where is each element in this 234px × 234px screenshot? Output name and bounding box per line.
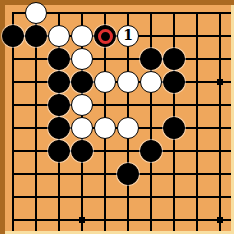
board-edge-right — [231, 0, 234, 234]
white-stone[interactable] — [71, 48, 93, 70]
white-stone[interactable] — [71, 25, 93, 47]
white-stone[interactable] — [94, 117, 116, 139]
board-edge-bottom — [0, 231, 234, 234]
black-stone[interactable] — [94, 25, 116, 47]
black-stone[interactable] — [71, 71, 93, 93]
black-stone[interactable] — [48, 117, 70, 139]
black-stone[interactable] — [163, 117, 185, 139]
white-stone[interactable] — [25, 2, 47, 24]
move-number-label: 1 — [123, 28, 133, 42]
black-stone[interactable] — [48, 48, 70, 70]
white-stone[interactable] — [71, 117, 93, 139]
go-board[interactable]: 1 — [0, 0, 234, 234]
white-stone[interactable] — [94, 71, 116, 93]
black-stone[interactable] — [140, 48, 162, 70]
white-stone[interactable] — [48, 25, 70, 47]
star-point — [79, 217, 85, 223]
black-stone[interactable] — [163, 71, 185, 93]
white-stone[interactable] — [140, 71, 162, 93]
red-circle-marker — [98, 29, 113, 44]
star-point — [217, 217, 223, 223]
black-stone[interactable] — [71, 140, 93, 162]
black-stone[interactable] — [163, 48, 185, 70]
black-stone[interactable] — [2, 25, 24, 47]
black-stone[interactable] — [25, 25, 47, 47]
black-stone[interactable] — [48, 140, 70, 162]
white-stone[interactable] — [71, 94, 93, 116]
black-stone[interactable] — [117, 163, 139, 185]
black-stone[interactable] — [48, 71, 70, 93]
star-point — [217, 79, 223, 85]
white-stone[interactable] — [117, 71, 139, 93]
white-stone[interactable]: 1 — [117, 25, 139, 47]
black-stone[interactable] — [140, 140, 162, 162]
black-stone[interactable] — [48, 94, 70, 116]
white-stone[interactable] — [117, 117, 139, 139]
